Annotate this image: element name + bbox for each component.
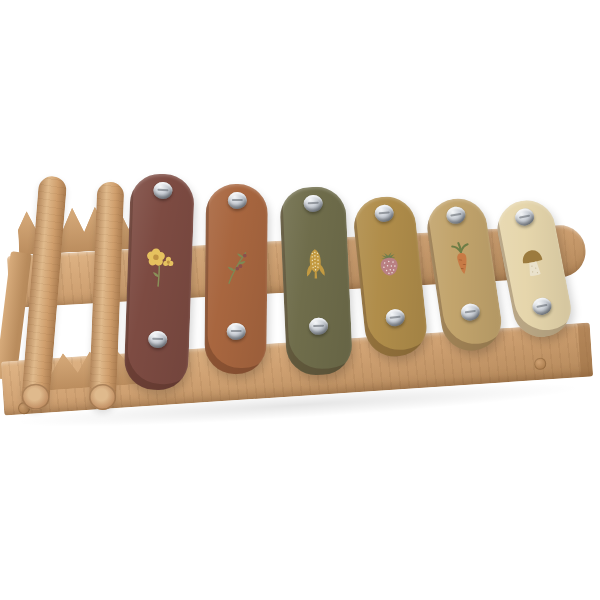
screw-icon [445, 206, 466, 226]
screw-icon [513, 207, 535, 227]
mushroom-icon [510, 237, 556, 289]
screw-icon [384, 308, 405, 327]
strawberry-icon [368, 241, 411, 291]
buttercup-flower-icon [140, 245, 180, 292]
screw-icon [153, 182, 173, 200]
xylophone-bar-6 [493, 195, 576, 342]
screw-icon [147, 331, 167, 349]
carrot-icon [440, 236, 484, 287]
screw-icon [373, 204, 394, 223]
xylophone-bar-2 [204, 184, 268, 375]
xylophone-bar-4 [351, 194, 429, 360]
screw-icon [303, 195, 323, 213]
screw-icon [227, 192, 246, 209]
corn-cob-icon [295, 242, 335, 290]
xylophone-bar-3 [279, 186, 353, 377]
screw-icon [459, 302, 480, 322]
berry-sprig-icon [217, 244, 255, 290]
dowel-plug-right [534, 357, 547, 370]
screw-icon [531, 296, 553, 316]
screw-icon [308, 317, 328, 335]
xylophone-bar-5 [423, 195, 505, 355]
xylophone-bar-1 [123, 173, 194, 391]
product-photo-wooden-xylophone [0, 0, 600, 600]
screw-icon [226, 323, 245, 340]
